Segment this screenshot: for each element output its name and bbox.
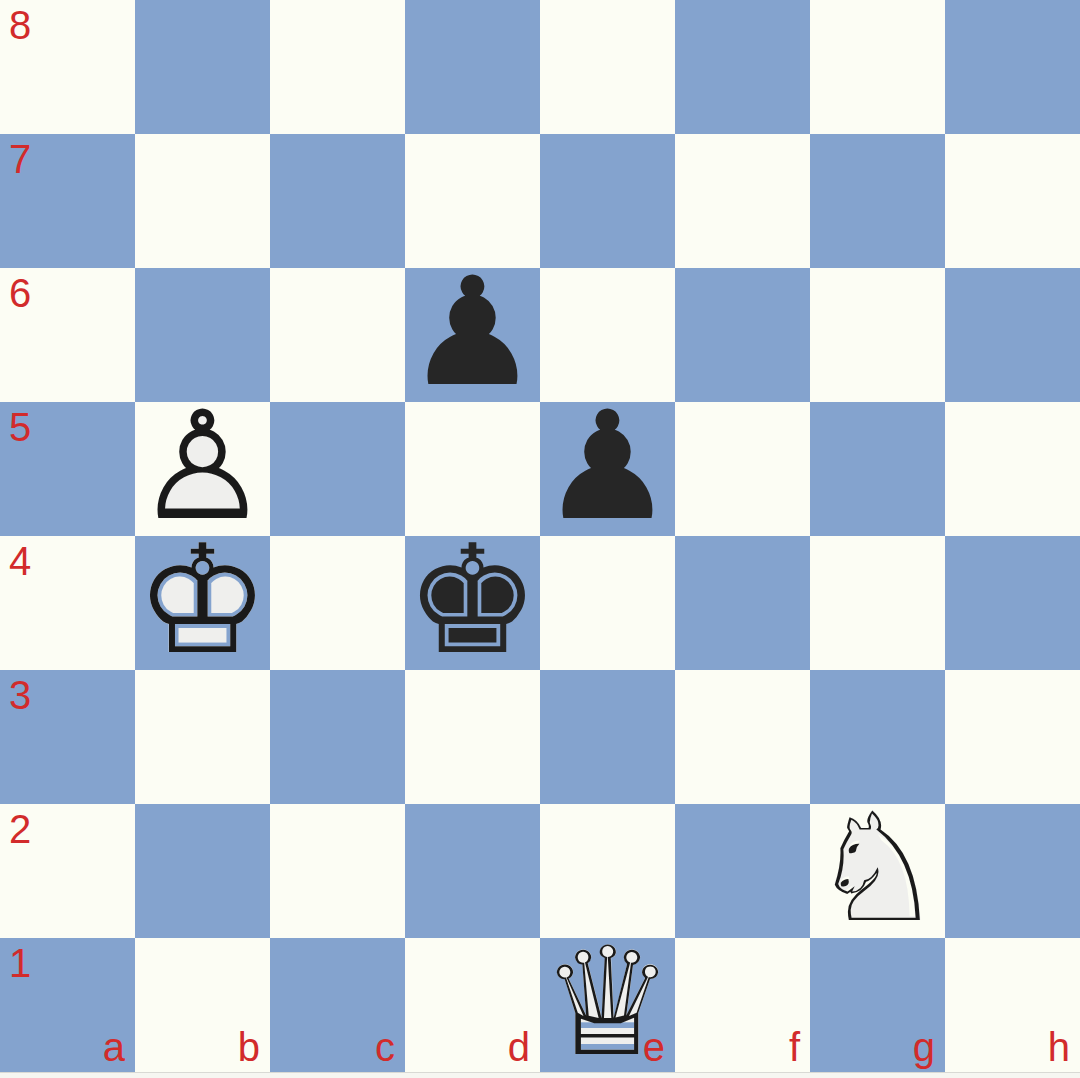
piece-glyph-fill: ♟: [405, 257, 540, 407]
square-c7[interactable]: [270, 134, 405, 268]
file-label-a: a: [103, 1027, 125, 1067]
piece-glyph-outline: ♕: [540, 927, 675, 1077]
square-a5[interactable]: 5: [0, 402, 135, 536]
square-a8[interactable]: 8: [0, 0, 135, 134]
rank-label-4: 4: [9, 541, 31, 581]
square-f4[interactable]: [675, 536, 810, 670]
square-h1[interactable]: h: [945, 938, 1080, 1072]
square-c8[interactable]: [270, 0, 405, 134]
square-e7[interactable]: [540, 134, 675, 268]
square-e5[interactable]: ♟: [540, 402, 675, 536]
square-b3[interactable]: [135, 670, 270, 804]
square-g8[interactable]: [810, 0, 945, 134]
square-h5[interactable]: [945, 402, 1080, 536]
file-label-c: c: [375, 1027, 395, 1067]
square-a6[interactable]: 6: [0, 268, 135, 402]
square-a4[interactable]: 4: [0, 536, 135, 670]
rank-label-3: 3: [9, 675, 31, 715]
square-f7[interactable]: [675, 134, 810, 268]
square-f2[interactable]: [675, 804, 810, 938]
rank-label-8: 8: [9, 5, 31, 45]
rank-label-5: 5: [9, 407, 31, 447]
square-g6[interactable]: [810, 268, 945, 402]
rank-label-6: 6: [9, 273, 31, 313]
black-pawn[interactable]: ♟: [405, 268, 540, 402]
white-queen[interactable]: ♛♕: [540, 938, 675, 1072]
file-label-f: f: [789, 1027, 800, 1067]
piece-glyph-outline: ♘: [810, 793, 945, 943]
file-label-h: h: [1048, 1027, 1070, 1067]
square-b1[interactable]: b: [135, 938, 270, 1072]
square-h7[interactable]: [945, 134, 1080, 268]
square-f8[interactable]: [675, 0, 810, 134]
square-c6[interactable]: [270, 268, 405, 402]
square-g4[interactable]: [810, 536, 945, 670]
square-e1[interactable]: e♛♕: [540, 938, 675, 1072]
square-d5[interactable]: [405, 402, 540, 536]
square-a1[interactable]: 1a: [0, 938, 135, 1072]
square-c2[interactable]: [270, 804, 405, 938]
piece-glyph-fill: ♟: [540, 391, 675, 541]
square-h4[interactable]: [945, 536, 1080, 670]
square-f6[interactable]: [675, 268, 810, 402]
square-e2[interactable]: [540, 804, 675, 938]
square-c5[interactable]: [270, 402, 405, 536]
square-b6[interactable]: [135, 268, 270, 402]
square-d2[interactable]: [405, 804, 540, 938]
piece-glyph-fill: ♛: [540, 927, 675, 1077]
square-e8[interactable]: [540, 0, 675, 134]
piece-glyph-fill: ♚: [135, 525, 270, 675]
black-pawn[interactable]: ♟: [540, 402, 675, 536]
piece-glyph-outline: ♔: [135, 525, 270, 675]
square-g7[interactable]: [810, 134, 945, 268]
file-label-g: g: [913, 1027, 935, 1067]
piece-glyph-fill: ♚: [405, 525, 540, 675]
square-f5[interactable]: [675, 402, 810, 536]
square-f3[interactable]: [675, 670, 810, 804]
square-a2[interactable]: 2: [0, 804, 135, 938]
rank-label-2: 2: [9, 809, 31, 849]
white-knight[interactable]: ♞♘: [810, 804, 945, 938]
white-pawn[interactable]: ♟♙: [135, 402, 270, 536]
square-b4[interactable]: ♚♔: [135, 536, 270, 670]
square-e3[interactable]: [540, 670, 675, 804]
square-d8[interactable]: [405, 0, 540, 134]
square-b5[interactable]: ♟♙: [135, 402, 270, 536]
rank-label-1: 1: [9, 943, 31, 983]
square-c1[interactable]: c: [270, 938, 405, 1072]
square-e4[interactable]: [540, 536, 675, 670]
square-h2[interactable]: [945, 804, 1080, 938]
square-b7[interactable]: [135, 134, 270, 268]
page-background-strip: [0, 1072, 1080, 1078]
square-d4[interactable]: ♚: [405, 536, 540, 670]
square-c4[interactable]: [270, 536, 405, 670]
black-king[interactable]: ♚: [405, 536, 540, 670]
square-h6[interactable]: [945, 268, 1080, 402]
piece-glyph-fill: ♟: [135, 391, 270, 541]
square-g1[interactable]: g: [810, 938, 945, 1072]
square-g3[interactable]: [810, 670, 945, 804]
white-king[interactable]: ♚♔: [135, 536, 270, 670]
square-g5[interactable]: [810, 402, 945, 536]
square-d3[interactable]: [405, 670, 540, 804]
square-h3[interactable]: [945, 670, 1080, 804]
file-label-d: d: [508, 1027, 530, 1067]
piece-glyph-outline: ♙: [135, 391, 270, 541]
file-label-b: b: [238, 1027, 260, 1067]
piece-glyph-fill: ♞: [810, 793, 945, 943]
square-f1[interactable]: f: [675, 938, 810, 1072]
square-d1[interactable]: d: [405, 938, 540, 1072]
square-g2[interactable]: ♞♘: [810, 804, 945, 938]
square-h8[interactable]: [945, 0, 1080, 134]
chess-board: 876♟5♟♙♟4♚♔♚32♞♘1abcde♛♕fgh: [0, 0, 1080, 1072]
square-b2[interactable]: [135, 804, 270, 938]
square-d7[interactable]: [405, 134, 540, 268]
rank-label-7: 7: [9, 139, 31, 179]
square-b8[interactable]: [135, 0, 270, 134]
square-a7[interactable]: 7: [0, 134, 135, 268]
square-e6[interactable]: [540, 268, 675, 402]
square-a3[interactable]: 3: [0, 670, 135, 804]
square-c3[interactable]: [270, 670, 405, 804]
square-d6[interactable]: ♟: [405, 268, 540, 402]
